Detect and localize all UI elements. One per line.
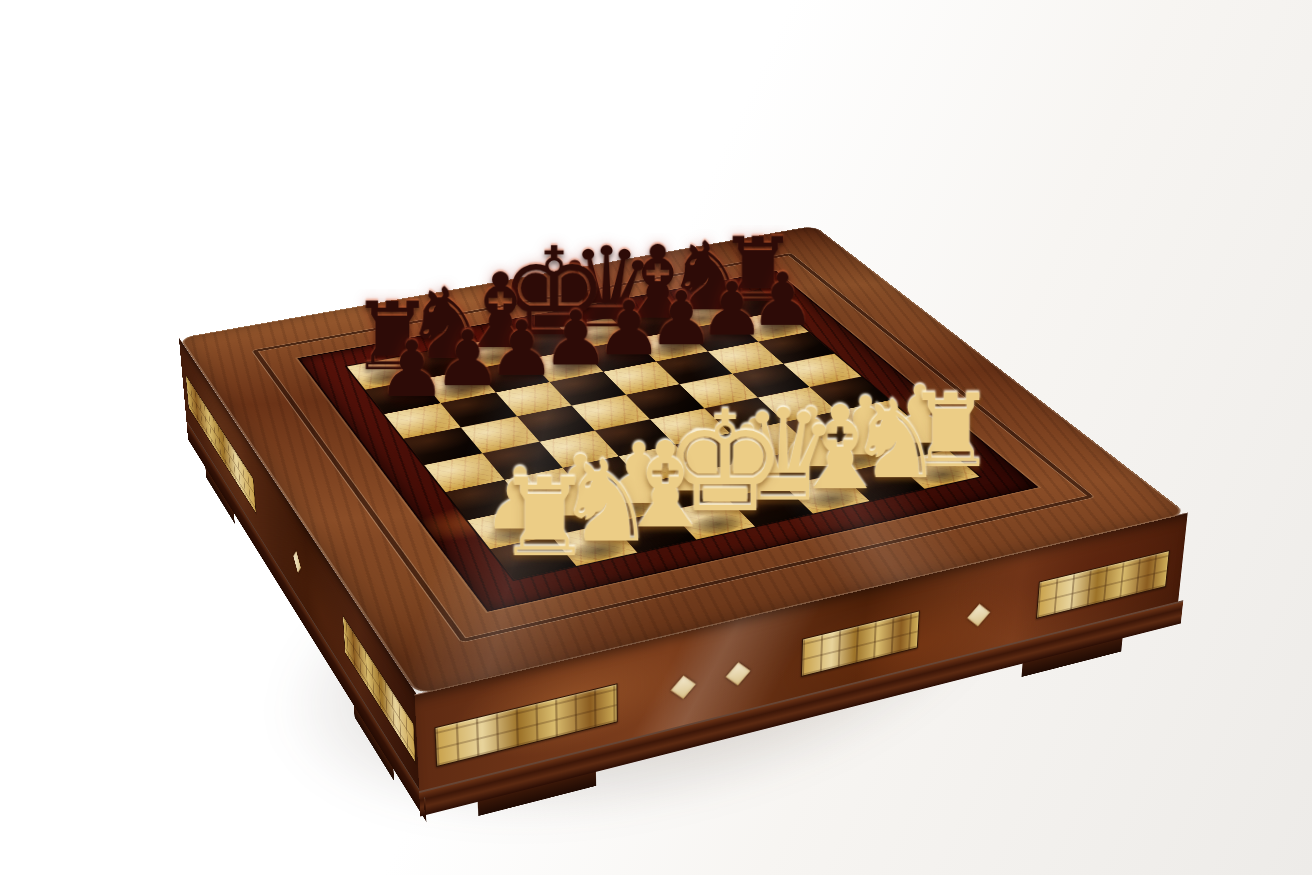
- wood-spacer: [698, 677, 722, 683]
- white-rook[interactable]: ♜: [461, 464, 628, 572]
- diamond-inlay: [291, 536, 303, 587]
- diamond-inlay: [667, 664, 699, 710]
- amber-mosaic-inlay: [801, 610, 921, 677]
- diamond-inlay: [722, 650, 753, 696]
- wood-spacer: [618, 691, 668, 703]
- wood-spacer: [753, 658, 801, 670]
- chess-box: ♜♞♝♚♛♝♞♜♟♟♟♟♟♟♟♟♟♟♟♟♟♟♟♟♜♞♝♚♛♝♞♜ 1234567…: [179, 226, 1187, 695]
- wood-spacer: [919, 618, 964, 629]
- diamond-inlay: [963, 592, 994, 636]
- scene: ♜♞♝♚♛♝♞♜♟♟♟♟♟♟♟♟♟♟♟♟♟♟♟♟♜♞♝♚♛♝♞♜ 1234567…: [0, 0, 1312, 875]
- wood-spacer: [993, 600, 1037, 611]
- photo-stage: ♜♞♝♚♛♝♞♜♟♟♟♟♟♟♟♟♟♟♟♟♟♟♟♟♜♞♝♚♛♝♞♜ 1234567…: [0, 0, 1312, 875]
- black-pawn[interactable]: ♟: [337, 330, 486, 407]
